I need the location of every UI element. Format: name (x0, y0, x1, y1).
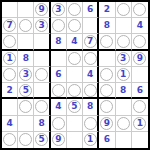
given-digit: 6 (55, 70, 61, 79)
cell-r1c2[interactable] (18, 2, 34, 18)
odd-cell-circle-icon (19, 19, 32, 32)
odd-cell-circle-icon (84, 52, 97, 65)
cell-r5c9[interactable] (132, 67, 148, 83)
given-digit: 6 (104, 135, 110, 144)
given-digit: 8 (23, 54, 29, 63)
given-digit: 7 (87, 37, 93, 46)
cell-r1c3[interactable]: 9 (34, 2, 50, 18)
odd-cell-circle-icon (68, 84, 81, 97)
given-digit: 1 (6, 54, 12, 63)
cell-r4c9[interactable]: 9 (132, 51, 148, 67)
cell-r2c5[interactable] (67, 18, 83, 34)
cell-r5c1[interactable] (2, 67, 18, 83)
odd-cell-circle-icon (52, 117, 65, 130)
cell-r3c7[interactable] (99, 34, 115, 50)
cell-r5c2[interactable]: 3 (18, 67, 34, 83)
cell-r2c4[interactable] (51, 18, 67, 34)
cell-r2c6[interactable] (83, 18, 99, 34)
odd-cell-circle-icon (35, 68, 48, 81)
cell-r1c1[interactable] (2, 2, 18, 18)
cell-r7c8[interactable] (116, 99, 132, 115)
given-digit: 3 (23, 70, 29, 79)
odd-cell-circle-icon (133, 100, 146, 113)
cell-r9c1[interactable] (2, 132, 18, 148)
cell-r9c8[interactable] (116, 132, 132, 148)
cell-r5c7[interactable] (99, 67, 115, 83)
odd-cell-circle-icon (52, 19, 65, 32)
odd-cell-circle-icon (133, 35, 146, 48)
cell-r6c8[interactable]: 8 (116, 83, 132, 99)
cell-r9c9[interactable] (132, 132, 148, 148)
cell-r1c9[interactable] (132, 2, 148, 18)
cell-r8c6[interactable] (83, 116, 99, 132)
odd-cell-circle-icon (3, 35, 16, 48)
given-digit: 3 (120, 54, 126, 63)
given-digit: 5 (23, 86, 29, 95)
given-digit: 8 (104, 21, 110, 30)
cell-r4c4[interactable] (51, 51, 67, 67)
cell-r8c7[interactable]: 9 (99, 116, 115, 132)
cell-r6c3[interactable] (34, 83, 50, 99)
given-digit: 8 (120, 86, 126, 95)
given-digit: 5 (71, 102, 77, 111)
given-digit: 9 (55, 135, 61, 144)
cell-r6c7[interactable] (99, 83, 115, 99)
odd-cell-circle-icon (117, 35, 130, 48)
given-digit: 2 (104, 5, 110, 14)
odd-cell-circle-icon (117, 117, 130, 130)
cell-r1c5[interactable] (67, 2, 83, 18)
given-digit: 8 (55, 37, 61, 46)
given-digit: 4 (55, 102, 61, 111)
given-digit: 8 (87, 102, 93, 111)
cell-r9c4[interactable]: 9 (51, 132, 67, 148)
cell-r6c1[interactable]: 2 (2, 83, 18, 99)
odd-cell-circle-icon (52, 84, 65, 97)
cell-r6c2[interactable]: 5 (18, 83, 34, 99)
given-digit: 3 (55, 5, 61, 14)
cell-r7c9[interactable] (132, 99, 148, 115)
odd-cell-circle-icon (68, 19, 81, 32)
cell-r4c2[interactable]: 8 (18, 51, 34, 67)
odd-cell-circle-icon (35, 100, 48, 113)
odd-cell-circle-icon (84, 84, 97, 97)
cell-r1c7[interactable]: 2 (99, 2, 115, 18)
cell-r7c7[interactable] (99, 99, 115, 115)
cell-r3c6[interactable]: 7 (83, 34, 99, 50)
given-digit: 2 (6, 86, 12, 95)
cell-r4c7[interactable] (99, 51, 115, 67)
cell-r7c3[interactable] (34, 99, 50, 115)
cell-r7c1[interactable] (2, 99, 18, 115)
cell-r5c6[interactable]: 4 (83, 67, 99, 83)
cell-r2c9[interactable]: 4 (132, 18, 148, 34)
given-digit: 9 (137, 54, 143, 63)
cell-r2c2[interactable] (18, 18, 34, 34)
given-digit: 4 (71, 37, 77, 46)
given-digit: 1 (137, 119, 143, 128)
given-digit: 4 (6, 119, 12, 128)
odd-cell-circle-icon (133, 3, 146, 16)
cell-r8c4[interactable] (51, 116, 67, 132)
cell-r8c2[interactable] (18, 116, 34, 132)
given-digit: 8 (38, 119, 44, 128)
cell-r3c2[interactable] (18, 34, 34, 50)
cell-r6c5[interactable] (67, 83, 83, 99)
cell-r2c3[interactable]: 3 (34, 18, 50, 34)
odd-cell-circle-icon (19, 133, 32, 146)
cell-r7c4[interactable]: 4 (51, 99, 67, 115)
cell-r4c1[interactable]: 1 (2, 51, 18, 67)
cell-r5c3[interactable] (34, 67, 50, 83)
cell-r9c2[interactable] (18, 132, 34, 148)
cell-r8c5[interactable] (67, 116, 83, 132)
cell-r3c8[interactable] (116, 34, 132, 50)
odd-cell-circle-icon (100, 68, 113, 81)
sudoku-board: 9362738484718393641258645848915916 (0, 0, 150, 150)
odd-cell-circle-icon (3, 68, 16, 81)
given-digit: 9 (104, 119, 110, 128)
cell-r1c8[interactable] (116, 2, 132, 18)
cell-r7c5[interactable]: 5 (67, 99, 83, 115)
cell-r8c1[interactable]: 4 (2, 116, 18, 132)
given-digit: 1 (120, 70, 126, 79)
odd-cell-circle-icon (19, 100, 32, 113)
given-digit: 5 (38, 135, 44, 144)
given-digit: 6 (137, 86, 143, 95)
odd-cell-circle-icon (117, 3, 130, 16)
cell-r5c5[interactable] (67, 67, 83, 83)
odd-cell-circle-icon (100, 35, 113, 48)
cell-r1c6[interactable]: 6 (83, 2, 99, 18)
odd-cell-circle-icon (100, 100, 113, 113)
given-digit: 4 (137, 21, 143, 30)
cell-r5c8[interactable]: 1 (116, 67, 132, 83)
cell-r9c6[interactable]: 1 (83, 132, 99, 148)
cell-r8c3[interactable]: 8 (34, 116, 50, 132)
cell-r3c4[interactable]: 8 (51, 34, 67, 50)
cell-r3c9[interactable] (132, 34, 148, 50)
given-digit: 7 (6, 21, 12, 30)
odd-cell-circle-icon (3, 133, 16, 146)
given-digit: 9 (38, 5, 44, 14)
cell-r4c8[interactable]: 3 (116, 51, 132, 67)
cell-r9c3[interactable]: 5 (34, 132, 50, 148)
cell-r4c5[interactable] (67, 51, 83, 67)
cell-r2c8[interactable] (116, 18, 132, 34)
cell-r8c8[interactable] (116, 116, 132, 132)
cell-r7c2[interactable] (18, 99, 34, 115)
cell-r3c3[interactable] (34, 34, 50, 50)
cell-r3c5[interactable]: 4 (67, 34, 83, 50)
given-digit: 1 (87, 135, 93, 144)
given-digit: 3 (38, 21, 44, 30)
cell-r1c4[interactable]: 3 (51, 2, 67, 18)
cell-r4c3[interactable] (34, 51, 50, 67)
cell-r8c9[interactable]: 1 (132, 116, 148, 132)
cell-r6c9[interactable]: 6 (132, 83, 148, 99)
cell-r9c5[interactable] (67, 132, 83, 148)
odd-cell-circle-icon (68, 52, 81, 65)
given-digit: 6 (87, 5, 93, 14)
cell-r6c4[interactable] (51, 83, 67, 99)
given-digit: 4 (87, 70, 93, 79)
cell-r6c6[interactable] (83, 83, 99, 99)
cell-r5c4[interactable]: 6 (51, 67, 67, 83)
cell-r2c7[interactable]: 8 (99, 18, 115, 34)
odd-cell-circle-icon (68, 3, 81, 16)
cell-r7c6[interactable]: 8 (83, 99, 99, 115)
odd-cell-circle-icon (100, 84, 113, 97)
cell-r4c6[interactable] (83, 51, 99, 67)
cell-r9c7[interactable]: 6 (99, 132, 115, 148)
cell-r3c1[interactable] (2, 34, 18, 50)
odd-cell-circle-icon (84, 117, 97, 130)
cell-r2c1[interactable]: 7 (2, 18, 18, 34)
